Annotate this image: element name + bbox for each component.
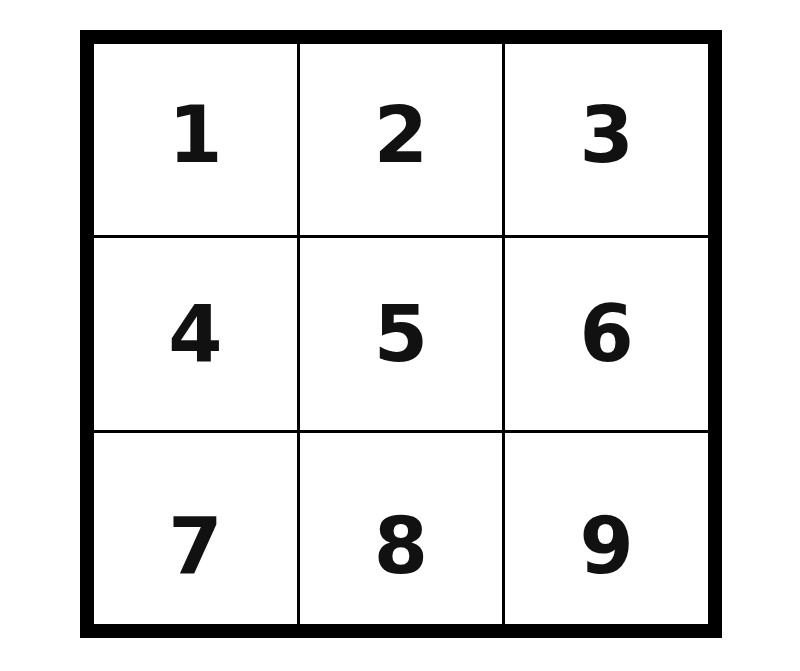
grid-3x3: 1 2 3 4 5 6 7 8 9 [94,44,708,624]
cell-r3c2[interactable]: 8 [300,433,503,624]
cell-value: 5 [374,295,428,373]
cell-value: 9 [580,507,634,585]
cell-value: 6 [580,295,634,373]
grid-board: 1 2 3 4 5 6 7 8 9 [80,30,722,638]
cell-r1c1[interactable]: 1 [94,44,297,235]
cell-r2c3[interactable]: 6 [505,238,708,429]
cell-r1c3[interactable]: 3 [505,44,708,235]
cell-r3c3[interactable]: 9 [505,433,708,624]
cell-r2c1[interactable]: 4 [94,238,297,429]
cell-value: 7 [168,507,222,585]
cell-r3c1[interactable]: 7 [94,433,297,624]
cell-value: 8 [374,507,428,585]
cell-value: 2 [374,96,428,174]
cell-value: 1 [168,96,222,174]
cell-value: 3 [580,96,634,174]
cell-value: 4 [168,295,222,373]
cell-r2c2[interactable]: 5 [300,238,503,429]
cell-r1c2[interactable]: 2 [300,44,503,235]
